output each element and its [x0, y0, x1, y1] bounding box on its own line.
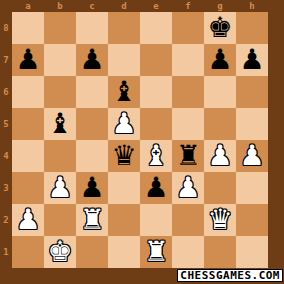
square-g3	[204, 172, 236, 204]
square-c7: ♟	[76, 44, 108, 76]
watermark: CHESSGAMES.COM	[177, 269, 283, 282]
square-a2: ♟	[12, 204, 44, 236]
black-pawn-c7: ♟	[76, 44, 108, 76]
square-a5	[12, 108, 44, 140]
file-label-h: h	[236, 0, 268, 12]
square-g5	[204, 108, 236, 140]
white-pawn-a2: ♟	[12, 204, 44, 236]
square-d4: ♛	[108, 140, 140, 172]
square-a6	[12, 76, 44, 108]
square-a1	[12, 236, 44, 268]
square-f6	[172, 76, 204, 108]
rank-label-2: 2	[0, 204, 12, 236]
white-pawn-h4: ♟	[236, 140, 268, 172]
square-f5	[172, 108, 204, 140]
square-c2: ♜	[76, 204, 108, 236]
square-d5: ♟	[108, 108, 140, 140]
square-h5	[236, 108, 268, 140]
square-b1: ♚	[44, 236, 76, 268]
file-label-d: d	[108, 0, 140, 12]
square-b2	[44, 204, 76, 236]
square-e7	[140, 44, 172, 76]
rank-label-5: 5	[0, 108, 12, 140]
file-label-b: b	[44, 0, 76, 12]
square-g8: ♚	[204, 12, 236, 44]
square-d8	[108, 12, 140, 44]
square-g1	[204, 236, 236, 268]
black-bishop-b5: ♝	[44, 108, 76, 140]
rank-labels: 87654321	[0, 12, 12, 268]
chess-board: ♚♟♟♟♟♝♝♟♛♝♜♟♟♟♟♟♟♟♜♛♚♜	[12, 12, 268, 268]
square-b4	[44, 140, 76, 172]
square-c6	[76, 76, 108, 108]
square-h7: ♟	[236, 44, 268, 76]
square-f7	[172, 44, 204, 76]
square-g7: ♟	[204, 44, 236, 76]
square-a7: ♟	[12, 44, 44, 76]
square-h4: ♟	[236, 140, 268, 172]
board-frame: abcdefgh 87654321 ♚♟♟♟♟♝♝♟♛♝♜♟♟♟♟♟♟♟♜♛♚♜…	[0, 0, 284, 284]
square-a8	[12, 12, 44, 44]
square-g6	[204, 76, 236, 108]
file-label-e: e	[140, 0, 172, 12]
black-pawn-a7: ♟	[12, 44, 44, 76]
square-f1	[172, 236, 204, 268]
black-bishop-d6: ♝	[108, 76, 140, 108]
square-d1	[108, 236, 140, 268]
black-rook-f4: ♜	[172, 140, 204, 172]
black-pawn-e3: ♟	[140, 172, 172, 204]
file-label-a: a	[12, 0, 44, 12]
square-h1	[236, 236, 268, 268]
square-f2	[172, 204, 204, 236]
square-c5	[76, 108, 108, 140]
black-king-g8: ♚	[204, 12, 236, 44]
square-d7	[108, 44, 140, 76]
rank-label-4: 4	[0, 140, 12, 172]
square-d3	[108, 172, 140, 204]
white-pawn-b3: ♟	[44, 172, 76, 204]
square-b3: ♟	[44, 172, 76, 204]
file-label-c: c	[76, 0, 108, 12]
square-c4	[76, 140, 108, 172]
square-h3	[236, 172, 268, 204]
square-d2	[108, 204, 140, 236]
square-a4	[12, 140, 44, 172]
square-h2	[236, 204, 268, 236]
square-b6	[44, 76, 76, 108]
black-pawn-h7: ♟	[236, 44, 268, 76]
square-f3: ♟	[172, 172, 204, 204]
square-f8	[172, 12, 204, 44]
white-pawn-g4: ♟	[204, 140, 236, 172]
white-king-b1: ♚	[44, 236, 76, 268]
square-e8	[140, 12, 172, 44]
white-pawn-f3: ♟	[172, 172, 204, 204]
square-e3: ♟	[140, 172, 172, 204]
file-label-f: f	[172, 0, 204, 12]
rank-label-7: 7	[0, 44, 12, 76]
black-queen-d4: ♛	[108, 140, 140, 172]
square-b7	[44, 44, 76, 76]
square-g4: ♟	[204, 140, 236, 172]
square-e4: ♝	[140, 140, 172, 172]
square-e1: ♜	[140, 236, 172, 268]
square-e6	[140, 76, 172, 108]
square-a3	[12, 172, 44, 204]
square-b8	[44, 12, 76, 44]
white-rook-e1: ♜	[140, 236, 172, 268]
black-pawn-c3: ♟	[76, 172, 108, 204]
black-pawn-g7: ♟	[204, 44, 236, 76]
square-h6	[236, 76, 268, 108]
square-b5: ♝	[44, 108, 76, 140]
square-c8	[76, 12, 108, 44]
square-c3: ♟	[76, 172, 108, 204]
rank-label-8: 8	[0, 12, 12, 44]
rank-label-1: 1	[0, 236, 12, 268]
square-c1	[76, 236, 108, 268]
square-h8	[236, 12, 268, 44]
square-g2: ♛	[204, 204, 236, 236]
square-f4: ♜	[172, 140, 204, 172]
square-e2	[140, 204, 172, 236]
white-queen-g2: ♛	[204, 204, 236, 236]
white-pawn-d5: ♟	[108, 108, 140, 140]
rank-label-6: 6	[0, 76, 12, 108]
square-d6: ♝	[108, 76, 140, 108]
square-e5	[140, 108, 172, 140]
white-rook-c2: ♜	[76, 204, 108, 236]
white-bishop-e4: ♝	[140, 140, 172, 172]
rank-label-3: 3	[0, 172, 12, 204]
